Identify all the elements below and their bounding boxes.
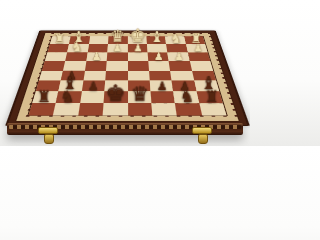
square-r2c2[interactable]: ♟ (86, 52, 107, 61)
square-r7c3[interactable] (103, 103, 128, 116)
square-r2c3[interactable] (107, 52, 128, 61)
square-r6c3[interactable]: ♚ (104, 91, 128, 103)
black-pawn[interactable]: ♟ (151, 81, 174, 93)
square-r6c1[interactable]: ♞ (56, 91, 82, 103)
white-pawn[interactable]: ♟ (188, 43, 208, 53)
white-pawn[interactable]: ♟ (128, 43, 148, 53)
square-r5c5[interactable]: ♟ (150, 81, 174, 92)
square-r7c5[interactable] (151, 103, 177, 116)
brass-clasp-right-icon (192, 127, 212, 134)
square-r7c1[interactable] (53, 103, 80, 116)
square-r0c2[interactable] (89, 36, 109, 44)
black-rook[interactable]: ♜ (32, 88, 56, 104)
black-pawn[interactable]: ♟ (81, 81, 104, 93)
chess-board: ♜♝♛♚♝♞♜♞♟♟♟♟♟♟♟♝♟♟♟♝♜♞♚♛♞♜ (5, 30, 250, 126)
square-r2c0[interactable] (45, 52, 68, 61)
square-r6c6[interactable]: ♞ (173, 91, 199, 103)
square-r7c7[interactable] (199, 103, 227, 116)
white-knight[interactable]: ♞ (166, 32, 185, 45)
black-rook[interactable]: ♜ (199, 88, 223, 104)
square-r4c4[interactable] (128, 71, 150, 81)
square-r1c3[interactable]: ♟ (107, 44, 127, 52)
square-r3c6[interactable] (169, 61, 192, 70)
square-r0c5[interactable]: ♝ (146, 36, 166, 44)
chess-set-photo: ♜♝♛♚♝♞♜♞♟♟♟♟♟♟♟♝♟♟♟♝♜♞♚♛♞♜ (0, 0, 250, 146)
white-pawn[interactable]: ♟ (169, 51, 190, 62)
black-knight[interactable]: ♞ (175, 88, 199, 104)
brass-clasp-left-icon (38, 127, 58, 134)
square-r6c2[interactable] (80, 91, 105, 103)
square-r1c4[interactable]: ♟ (128, 44, 148, 52)
white-pawn[interactable]: ♟ (148, 51, 169, 62)
square-r2c7[interactable] (188, 52, 211, 61)
white-pawn[interactable]: ♟ (107, 43, 127, 53)
square-r3c2[interactable] (85, 61, 107, 70)
white-bishop[interactable]: ♝ (147, 30, 166, 45)
square-r2c4[interactable] (128, 52, 149, 61)
black-king[interactable]: ♚ (104, 82, 128, 104)
square-r6c7[interactable]: ♜ (196, 91, 222, 103)
square-r2c6[interactable]: ♟ (168, 52, 190, 61)
square-r3c5[interactable] (148, 61, 170, 70)
square-r2c1[interactable] (65, 52, 87, 61)
square-r0c6[interactable]: ♞ (165, 36, 186, 44)
square-r6c4[interactable]: ♛ (128, 91, 152, 103)
square-r5c2[interactable]: ♟ (82, 81, 106, 92)
square-r3c3[interactable] (106, 61, 127, 70)
board-ornament-border: ♜♝♛♚♝♞♜♞♟♟♟♟♟♟♟♝♟♟♟♝♜♞♚♛♞♜ (15, 33, 240, 122)
square-r7c0[interactable] (29, 103, 57, 116)
black-knight[interactable]: ♞ (56, 88, 80, 104)
board-grid: ♜♝♛♚♝♞♜♞♟♟♟♟♟♟♟♝♟♟♟♝♜♞♚♛♞♜ (27, 36, 228, 116)
square-r7c4[interactable] (128, 103, 153, 116)
square-r3c7[interactable] (190, 61, 213, 70)
white-pawn[interactable]: ♟ (86, 51, 107, 62)
square-r7c2[interactable] (78, 103, 104, 116)
square-r3c0[interactable] (42, 61, 65, 70)
square-r3c4[interactable] (128, 61, 149, 70)
black-queen[interactable]: ♛ (128, 84, 152, 104)
square-r6c5[interactable] (150, 91, 175, 103)
square-r7c6[interactable] (175, 103, 202, 116)
square-r2c5[interactable]: ♟ (148, 52, 169, 61)
white-knight[interactable]: ♞ (67, 40, 87, 53)
